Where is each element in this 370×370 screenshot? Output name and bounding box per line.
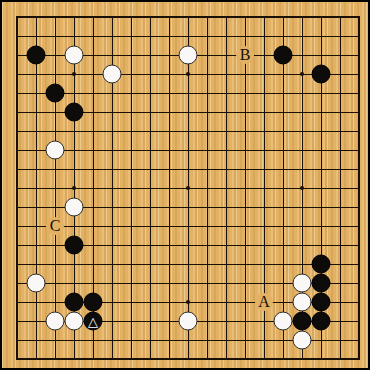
white-stone bbox=[65, 312, 84, 331]
white-stone bbox=[293, 331, 312, 350]
black-stone bbox=[293, 312, 312, 331]
grid-line-vertical bbox=[245, 16, 246, 360]
white-stone bbox=[46, 141, 65, 160]
star-point bbox=[72, 72, 76, 76]
grid-line-vertical bbox=[207, 16, 208, 360]
star-point bbox=[72, 186, 76, 190]
white-stone bbox=[179, 46, 198, 65]
black-stone bbox=[274, 46, 293, 65]
black-stone bbox=[65, 103, 84, 122]
grid-line-horizontal bbox=[16, 226, 360, 227]
point-label-a: A bbox=[255, 293, 273, 311]
white-stone bbox=[103, 65, 122, 84]
triangle-marker: △ bbox=[85, 313, 102, 330]
black-stone: △ bbox=[84, 312, 103, 331]
go-board[interactable]: ABC△ bbox=[2, 2, 368, 368]
black-stone bbox=[312, 312, 331, 331]
white-stone bbox=[293, 293, 312, 312]
star-point bbox=[300, 186, 304, 190]
white-stone bbox=[274, 312, 293, 331]
black-stone bbox=[312, 65, 331, 84]
black-stone bbox=[312, 274, 331, 293]
black-stone bbox=[46, 84, 65, 103]
white-stone bbox=[293, 274, 312, 293]
black-stone bbox=[312, 255, 331, 274]
point-label-c: C bbox=[46, 217, 64, 235]
white-stone bbox=[65, 46, 84, 65]
star-point bbox=[186, 72, 190, 76]
point-label-b: B bbox=[236, 46, 254, 64]
black-stone bbox=[312, 293, 331, 312]
black-stone bbox=[65, 236, 84, 255]
black-stone bbox=[84, 293, 103, 312]
white-stone bbox=[46, 312, 65, 331]
grid-line-horizontal bbox=[16, 264, 360, 265]
white-stone bbox=[179, 312, 198, 331]
grid-line-vertical bbox=[340, 16, 341, 360]
grid-line-horizontal bbox=[16, 358, 360, 360]
grid-line-vertical bbox=[283, 16, 284, 360]
white-stone bbox=[27, 274, 46, 293]
star-point bbox=[300, 72, 304, 76]
star-point bbox=[186, 186, 190, 190]
grid-line-vertical bbox=[226, 16, 227, 360]
black-stone bbox=[65, 293, 84, 312]
black-stone bbox=[27, 46, 46, 65]
go-board-frame: ABC△ bbox=[0, 0, 370, 370]
star-point bbox=[186, 300, 190, 304]
white-stone bbox=[65, 198, 84, 217]
grid-line-vertical bbox=[358, 16, 360, 360]
